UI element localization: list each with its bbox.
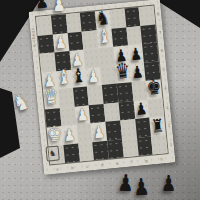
rank-label-3: 3 [166, 104, 169, 109]
square-a4 [76, 123, 92, 143]
square-g8 [139, 6, 155, 26]
file-label-f: f [131, 159, 133, 164]
square-a6 [98, 47, 114, 67]
rank-label-6: 6 [160, 48, 163, 53]
piece-white-pawn-d2: ♟ [92, 123, 105, 141]
square-g7 [54, 51, 70, 71]
piece-black-pawn-g3: ♟ [135, 100, 148, 118]
rank-label-2: 2 [167, 123, 170, 128]
board-logo-knight-icon: ♞ [45, 145, 59, 161]
square-b6 [142, 43, 158, 63]
playing-area: ♞♟♝♟♟♟♟♝♝♟♛♟♛♚♟♟♚♟♟♜ [35, 5, 169, 166]
piece-white-pawn-b7: ♟ [54, 33, 67, 51]
square-d4 [135, 118, 151, 138]
rank-label-4: 4 [164, 86, 167, 91]
square-h8 [38, 34, 54, 54]
file-label-e: e [116, 161, 119, 166]
piece-white-pawn-c6: ♟ [70, 50, 83, 68]
piece-black-pawn-f6: ♟ [115, 46, 128, 64]
piece-white-bishop-e7: ♝ [97, 26, 112, 47]
square-b7 [82, 30, 98, 50]
rank-label-8: 8 [157, 11, 160, 16]
rank-label-5: 5 [162, 67, 165, 72]
chess-board: e-chess ♞♟♝♟♟♟♟♝♝♟♛♟♛♚♟♟♚♟♟♜ ♞ abcdefgh … [28, 0, 175, 175]
piece-black-queen-f5: ♛ [115, 61, 131, 83]
file-label-a: a [56, 167, 59, 172]
file-label-d: d [101, 162, 104, 167]
square-b5 [131, 81, 147, 101]
square-d8 [80, 11, 96, 31]
captured-black-pawn-bottom-3-icon: ♟ [161, 173, 176, 195]
piece-white-pawn-b2: ♟ [63, 125, 76, 143]
file-label-h: h [160, 157, 163, 162]
piece-black-pawn-g5: ♟ [131, 63, 144, 81]
piece-white-pawn-c3: ♟ [76, 106, 89, 124]
piece-white-bishop-b5: ♝ [56, 67, 71, 88]
file-label-g: g [145, 158, 148, 163]
piece-black-pawn-g6: ♟ [129, 45, 142, 63]
piece-white-pawn-d5: ♟ [87, 67, 100, 85]
rank-label-1: 1 [169, 142, 172, 147]
square-h5 [148, 98, 164, 118]
square-d6 [144, 61, 160, 81]
square-g5 [118, 101, 134, 121]
file-label-b: b [71, 165, 74, 170]
piece-black-knight-e8: ♞ [95, 8, 110, 29]
square-d3 [151, 135, 167, 155]
rank-label-7: 7 [159, 30, 162, 35]
file-label-c: c [86, 164, 89, 169]
piece-black-rook-h2: ♜ [150, 116, 164, 135]
piece-black-bishop-c5: ♝ [71, 66, 86, 87]
square-c6 [100, 65, 116, 85]
photo-chessboard-overhead: e-chess ♞♟♝♟♟♟♟♝♝♟♛♟♛♚♟♟♚♟♟♜ ♞ abcdefgh … [0, 0, 200, 200]
piece-white-pawn-a5: ♟ [43, 72, 56, 90]
captured-white-knight-left-icon: ♞ [11, 90, 32, 116]
square-d5 [60, 106, 76, 126]
captured-black-pawn-bottom-2-icon: ♟ [133, 175, 150, 199]
square-e7 [141, 24, 157, 44]
captured-black-pawn-bottom-1-icon: ♟ [117, 171, 134, 195]
